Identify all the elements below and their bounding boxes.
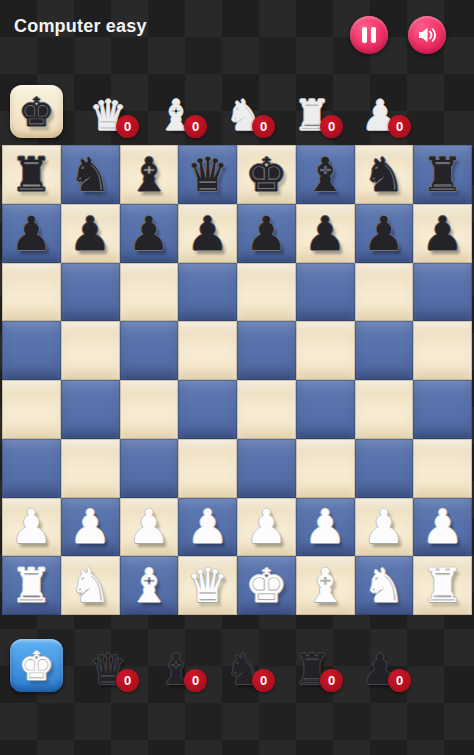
square-d3[interactable] <box>178 439 237 498</box>
square-c1[interactable]: ♝ <box>120 556 179 615</box>
capture-count-badge: 0 <box>184 669 207 692</box>
square-f1[interactable]: ♝ <box>296 556 355 615</box>
chess-app: Computer easy ♚ ♛0♝0♞0♜0♟0 ♜♞♝♛♚♝♞♜♟♟♟♟♟… <box>0 0 474 755</box>
captured-black-pawn-counter: ♟0 <box>351 634 409 692</box>
white-pawn: ♟ <box>187 503 229 550</box>
square-h1[interactable]: ♜ <box>413 556 472 615</box>
square-b4[interactable] <box>61 380 120 439</box>
square-g6[interactable] <box>355 263 414 322</box>
captured-white-rook-counter: ♜0 <box>283 80 341 138</box>
square-h3[interactable] <box>413 439 472 498</box>
square-c3[interactable] <box>120 439 179 498</box>
white-pawn: ♟ <box>10 503 52 550</box>
white-knight: ♞ <box>363 562 405 609</box>
white-captures-list: ♛0♝0♞0♜0♟0 <box>79 634 409 692</box>
captured-black-bishop-counter: ♝0 <box>147 634 205 692</box>
square-a4[interactable] <box>2 380 61 439</box>
square-f2[interactable]: ♟ <box>296 498 355 557</box>
white-pawn: ♟ <box>422 503 464 550</box>
captured-white-bishop-counter: ♝0 <box>147 80 205 138</box>
white-pawn: ♟ <box>128 503 170 550</box>
square-a8[interactable]: ♜ <box>2 145 61 204</box>
black-rook: ♜ <box>10 151 52 198</box>
black-rook: ♜ <box>422 151 464 198</box>
pause-icon <box>362 27 376 43</box>
square-d5[interactable] <box>178 321 237 380</box>
square-e1[interactable]: ♚ <box>237 556 296 615</box>
capture-count-badge: 0 <box>252 115 275 138</box>
square-e5[interactable] <box>237 321 296 380</box>
square-g3[interactable] <box>355 439 414 498</box>
white-pawn: ♟ <box>245 503 287 550</box>
capture-count-badge: 0 <box>184 115 207 138</box>
black-captures-list: ♛0♝0♞0♜0♟0 <box>79 80 409 138</box>
square-b3[interactable] <box>61 439 120 498</box>
square-d1[interactable]: ♛ <box>178 556 237 615</box>
square-e6[interactable] <box>237 263 296 322</box>
white-rook: ♜ <box>422 562 464 609</box>
captured-white-queen-counter: ♛0 <box>79 80 137 138</box>
capture-count-badge: 0 <box>116 669 139 692</box>
white-king-icon: ♚ <box>19 646 55 686</box>
speaker-icon <box>417 26 438 44</box>
black-pawn: ♟ <box>10 210 52 257</box>
page-title: Computer easy <box>14 14 147 37</box>
black-capture-tray: ♚ ♛0♝0♞0♜0♟0 <box>0 72 474 142</box>
square-f3[interactable] <box>296 439 355 498</box>
white-pawn: ♟ <box>304 503 346 550</box>
square-h5[interactable] <box>413 321 472 380</box>
square-d8[interactable]: ♛ <box>178 145 237 204</box>
top-bar: Computer easy <box>0 0 474 72</box>
black-king: ♚ <box>245 151 287 198</box>
square-g1[interactable]: ♞ <box>355 556 414 615</box>
black-bishop: ♝ <box>304 151 346 198</box>
square-b7[interactable]: ♟ <box>61 204 120 263</box>
sound-button[interactable] <box>408 16 446 54</box>
white-knight: ♞ <box>69 562 111 609</box>
square-f5[interactable] <box>296 321 355 380</box>
captured-white-pawn-counter: ♟0 <box>351 80 409 138</box>
capture-count-badge: 0 <box>320 669 343 692</box>
square-c7[interactable]: ♟ <box>120 204 179 263</box>
black-knight: ♞ <box>69 151 111 198</box>
white-pawn: ♟ <box>69 503 111 550</box>
capture-count-badge: 0 <box>388 115 411 138</box>
white-pawn: ♟ <box>363 503 405 550</box>
footer-space <box>0 696 474 755</box>
black-knight: ♞ <box>363 151 405 198</box>
square-c2[interactable]: ♟ <box>120 498 179 557</box>
black-pawn: ♟ <box>128 210 170 257</box>
square-f8[interactable]: ♝ <box>296 145 355 204</box>
square-c4[interactable] <box>120 380 179 439</box>
captured-black-queen-counter: ♛0 <box>79 634 137 692</box>
white-queen: ♛ <box>187 562 229 609</box>
square-e2[interactable]: ♟ <box>237 498 296 557</box>
square-b8[interactable]: ♞ <box>61 145 120 204</box>
captured-black-knight-counter: ♞0 <box>215 634 273 692</box>
square-b1[interactable]: ♞ <box>61 556 120 615</box>
square-g5[interactable] <box>355 321 414 380</box>
square-g7[interactable]: ♟ <box>355 204 414 263</box>
black-pawn: ♟ <box>245 210 287 257</box>
square-h4[interactable] <box>413 380 472 439</box>
black-queen: ♛ <box>187 151 229 198</box>
black-pawn: ♟ <box>304 210 346 257</box>
square-b2[interactable]: ♟ <box>61 498 120 557</box>
white-king: ♚ <box>245 562 287 609</box>
square-c5[interactable] <box>120 321 179 380</box>
square-e3[interactable] <box>237 439 296 498</box>
square-d7[interactable]: ♟ <box>178 204 237 263</box>
black-pawn: ♟ <box>363 210 405 257</box>
square-g8[interactable]: ♞ <box>355 145 414 204</box>
square-h7[interactable]: ♟ <box>413 204 472 263</box>
square-h6[interactable] <box>413 263 472 322</box>
square-b5[interactable] <box>61 321 120 380</box>
square-a7[interactable]: ♟ <box>2 204 61 263</box>
square-a5[interactable] <box>2 321 61 380</box>
square-g2[interactable]: ♟ <box>355 498 414 557</box>
captured-black-rook-counter: ♜0 <box>283 634 341 692</box>
white-rook: ♜ <box>10 562 52 609</box>
square-h8[interactable]: ♜ <box>413 145 472 204</box>
white-player-avatar[interactable]: ♚ <box>10 639 63 692</box>
square-e7[interactable]: ♟ <box>237 204 296 263</box>
capture-count-badge: 0 <box>388 669 411 692</box>
square-c6[interactable] <box>120 263 179 322</box>
pause-button[interactable] <box>350 16 388 54</box>
square-f4[interactable] <box>296 380 355 439</box>
white-bishop: ♝ <box>304 562 346 609</box>
capture-count-badge: 0 <box>320 115 343 138</box>
square-a6[interactable] <box>2 263 61 322</box>
capture-count-badge: 0 <box>116 115 139 138</box>
white-capture-tray: ♚ ♛0♝0♞0♜0♟0 <box>0 618 474 696</box>
square-e8[interactable]: ♚ <box>237 145 296 204</box>
header-controls <box>350 16 446 54</box>
capture-count-badge: 0 <box>252 669 275 692</box>
black-bishop: ♝ <box>128 151 170 198</box>
black-pawn: ♟ <box>187 210 229 257</box>
square-b6[interactable] <box>61 263 120 322</box>
black-player-avatar[interactable]: ♚ <box>10 85 63 138</box>
square-f6[interactable] <box>296 263 355 322</box>
square-e4[interactable] <box>237 380 296 439</box>
square-d6[interactable] <box>178 263 237 322</box>
black-king-icon: ♚ <box>19 92 55 132</box>
square-g4[interactable] <box>355 380 414 439</box>
square-h2[interactable]: ♟ <box>413 498 472 557</box>
square-d4[interactable] <box>178 380 237 439</box>
captured-white-knight-counter: ♞0 <box>215 80 273 138</box>
black-pawn: ♟ <box>69 210 111 257</box>
black-pawn: ♟ <box>422 210 464 257</box>
square-a2[interactable]: ♟ <box>2 498 61 557</box>
white-bishop: ♝ <box>128 562 170 609</box>
square-a1[interactable]: ♜ <box>2 556 61 615</box>
square-c8[interactable]: ♝ <box>120 145 179 204</box>
square-a3[interactable] <box>2 439 61 498</box>
chess-board: ♜♞♝♛♚♝♞♜♟♟♟♟♟♟♟♟♟♟♟♟♟♟♟♟♜♞♝♛♚♝♞♜ <box>2 145 472 615</box>
square-d2[interactable]: ♟ <box>178 498 237 557</box>
square-f7[interactable]: ♟ <box>296 204 355 263</box>
